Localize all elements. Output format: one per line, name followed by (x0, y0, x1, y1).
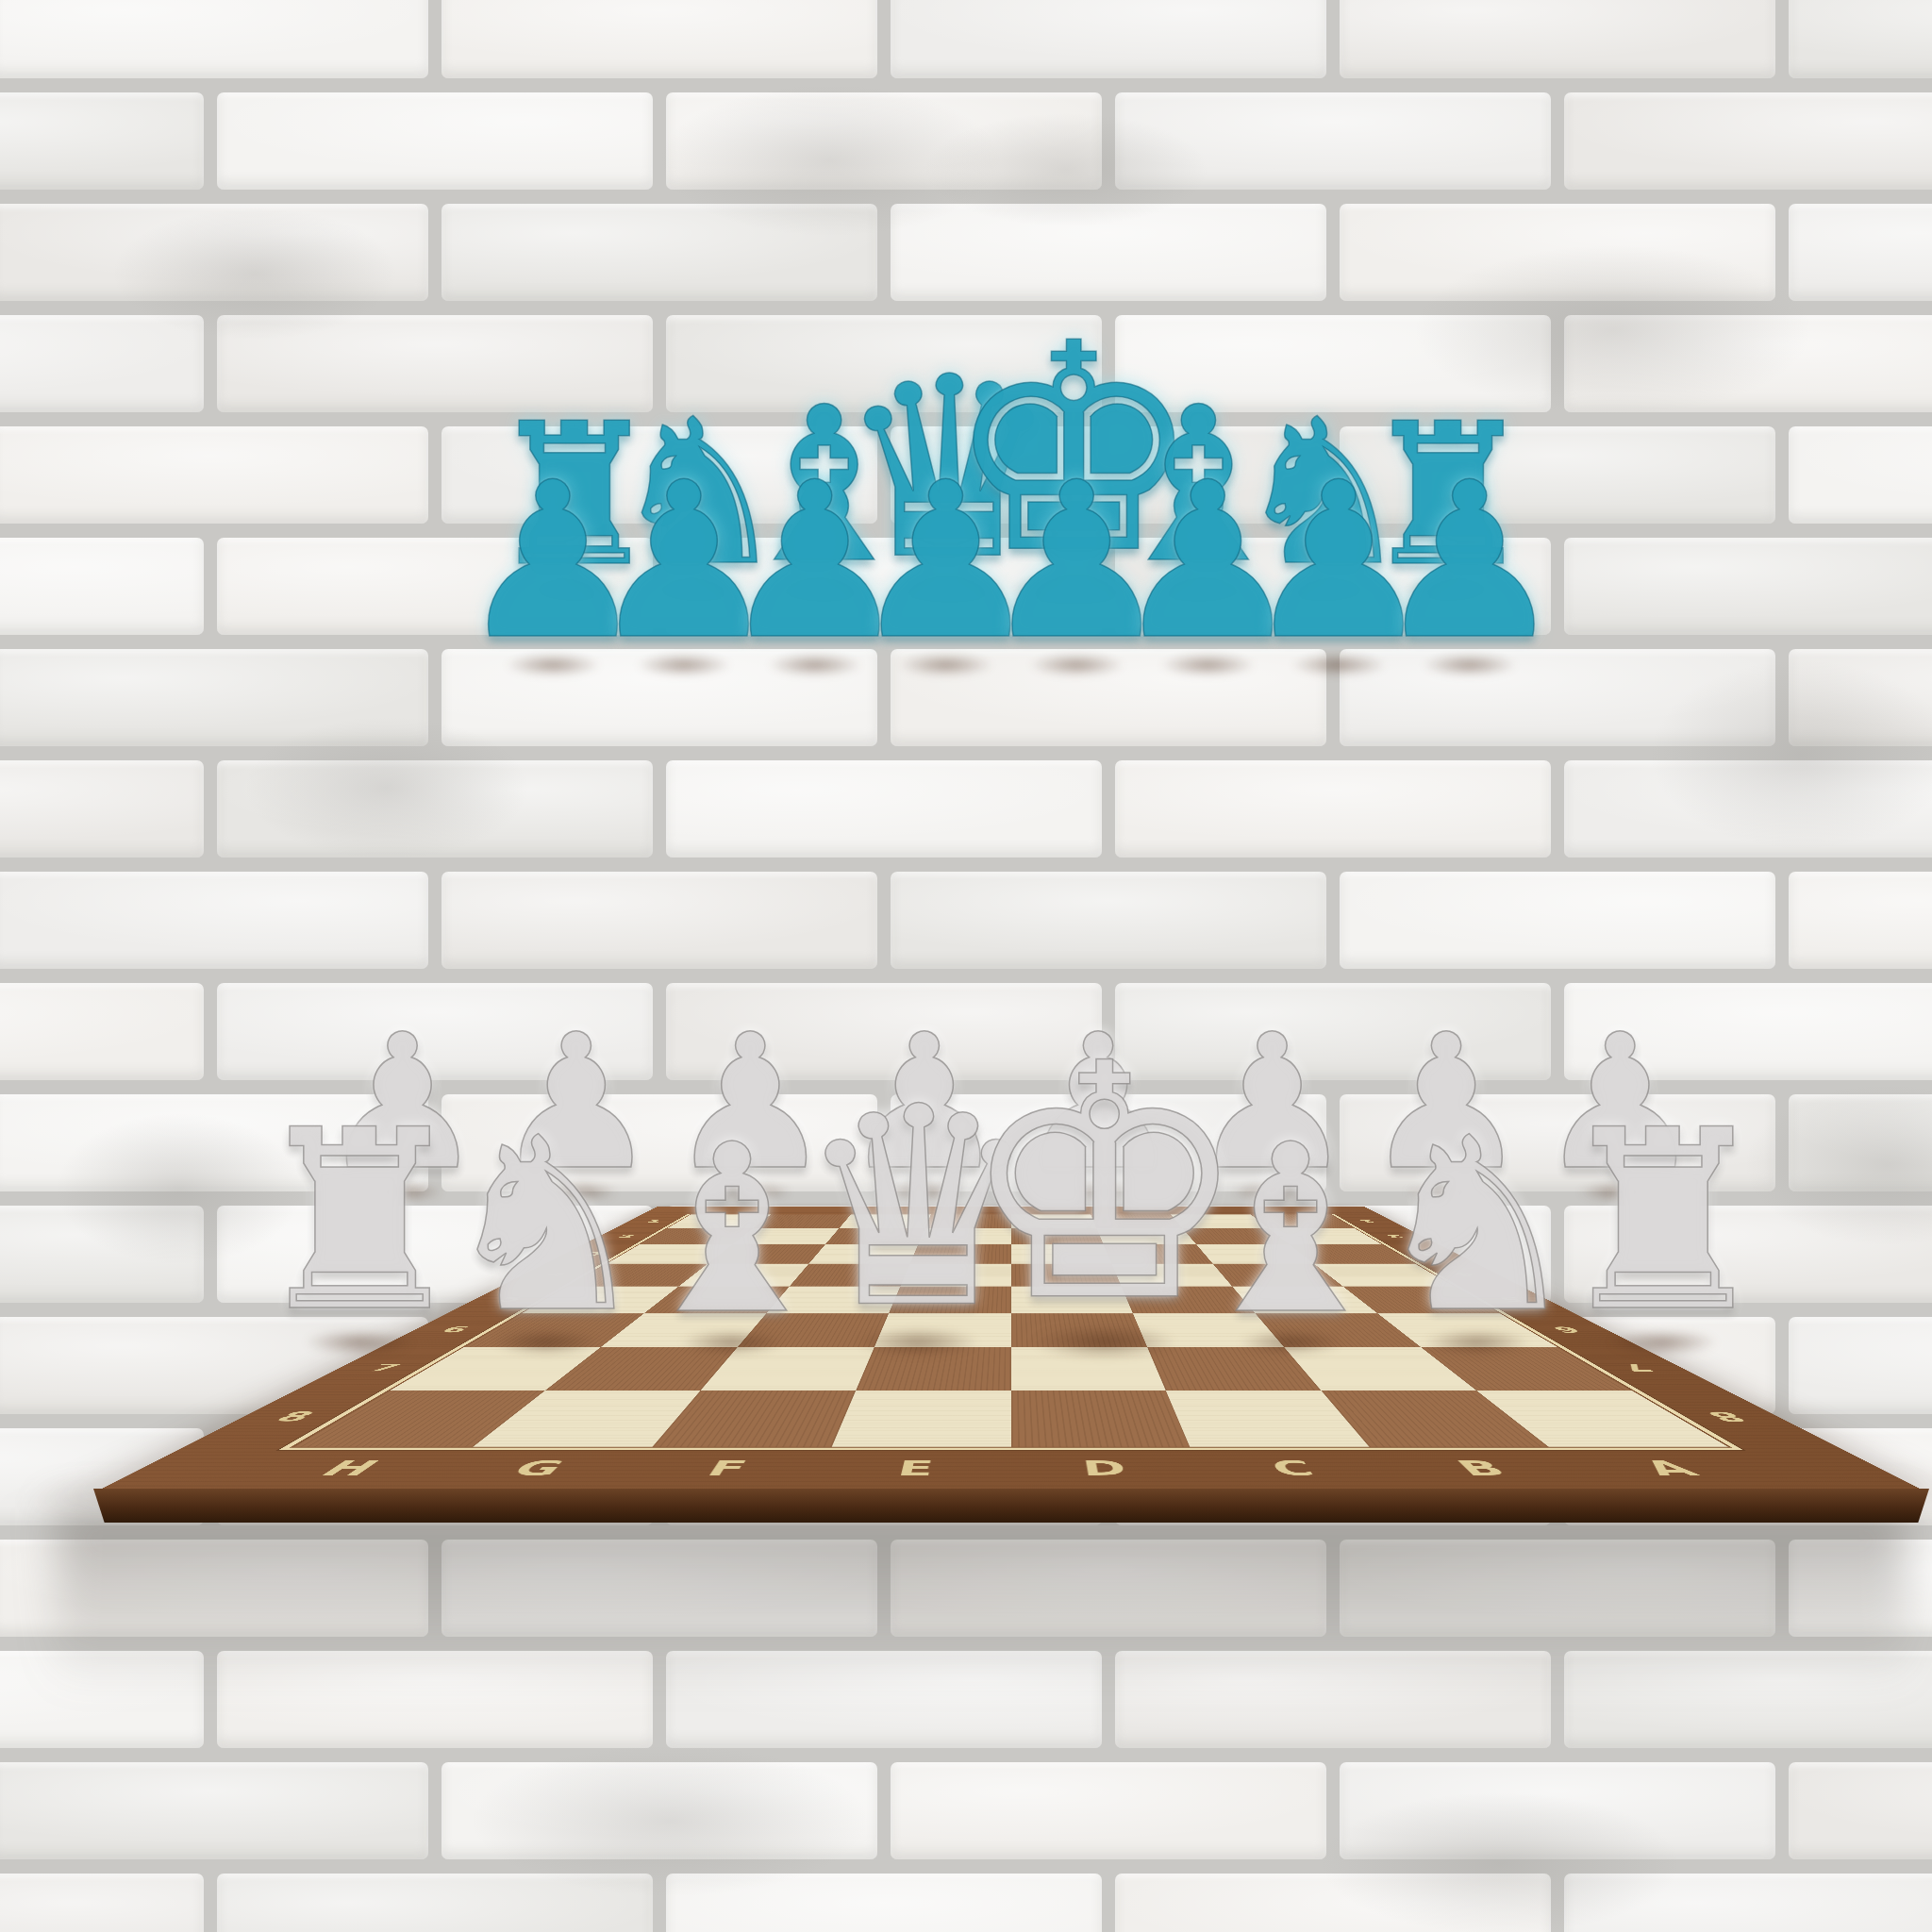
piece-teal-pawn-a2[interactable]: ♟ (1374, 454, 1567, 669)
pieces-layer: ♜♞♝♛♚♝♞♜♟♟♟♟♟♟♟♟♟♟♟♟♟♟♟♟♜♞♝♛♚♝♞♜ (0, 0, 1932, 1932)
piece-clear-bishop-c8[interactable]: ♝ (1187, 1113, 1395, 1345)
piece-clear-knight-g8[interactable]: ♞ (439, 1107, 654, 1346)
scene: HGFEDCBA1234567812345678 ♜♞♝♛♚♝♞♜♟♟♟♟♟♟♟… (0, 0, 1932, 1932)
piece-clear-rook-a8[interactable]: ♜ (1552, 1097, 1774, 1345)
